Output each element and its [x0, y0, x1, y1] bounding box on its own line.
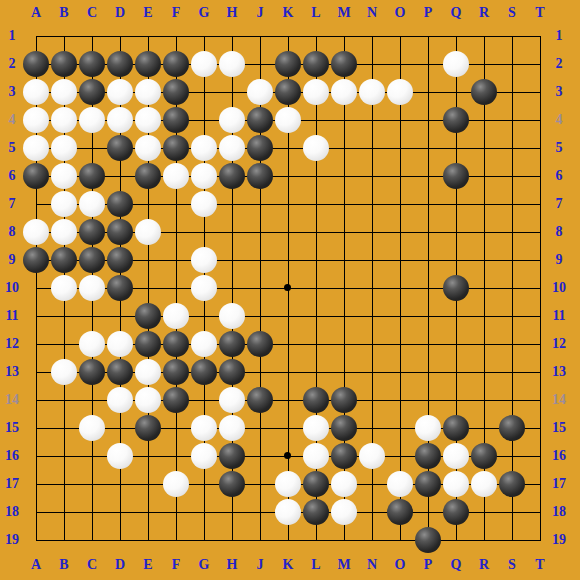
- cell-J17[interactable]: [246, 470, 274, 498]
- cell-B11[interactable]: [50, 302, 78, 330]
- cell-F14[interactable]: [162, 386, 190, 414]
- cell-C17[interactable]: [78, 470, 106, 498]
- cell-H10[interactable]: [218, 274, 246, 302]
- cell-J12[interactable]: [246, 330, 274, 358]
- cell-E15[interactable]: [134, 414, 162, 442]
- cell-T11[interactable]: [526, 302, 554, 330]
- cell-S16[interactable]: [498, 442, 526, 470]
- cell-R19[interactable]: [470, 526, 498, 554]
- cell-S19[interactable]: [498, 526, 526, 554]
- cell-S6[interactable]: [498, 162, 526, 190]
- cell-A10[interactable]: [22, 274, 50, 302]
- cell-D13[interactable]: [106, 358, 134, 386]
- cell-P1[interactable]: [414, 22, 442, 50]
- cell-O15[interactable]: [386, 414, 414, 442]
- cell-J6[interactable]: [246, 162, 274, 190]
- cell-B7[interactable]: [50, 190, 78, 218]
- cell-K7[interactable]: [274, 190, 302, 218]
- cell-Q12[interactable]: [442, 330, 470, 358]
- cell-L12[interactable]: [302, 330, 330, 358]
- cell-G12[interactable]: [190, 330, 218, 358]
- cell-D14[interactable]: [106, 386, 134, 414]
- cell-Q7[interactable]: [442, 190, 470, 218]
- cell-Q8[interactable]: [442, 218, 470, 246]
- cell-L9[interactable]: [302, 246, 330, 274]
- cell-P9[interactable]: [414, 246, 442, 274]
- cell-J2[interactable]: [246, 50, 274, 78]
- cell-C1[interactable]: [78, 22, 106, 50]
- cell-L19[interactable]: [302, 526, 330, 554]
- cell-T16[interactable]: [526, 442, 554, 470]
- cell-E12[interactable]: [134, 330, 162, 358]
- cell-H16[interactable]: [218, 442, 246, 470]
- cell-M7[interactable]: [330, 190, 358, 218]
- cell-T15[interactable]: [526, 414, 554, 442]
- cell-S8[interactable]: [498, 218, 526, 246]
- cell-J3[interactable]: [246, 78, 274, 106]
- cell-N12[interactable]: [358, 330, 386, 358]
- cell-G2[interactable]: [190, 50, 218, 78]
- cell-S12[interactable]: [498, 330, 526, 358]
- cell-R13[interactable]: [470, 358, 498, 386]
- cell-F1[interactable]: [162, 22, 190, 50]
- cell-F13[interactable]: [162, 358, 190, 386]
- cell-S14[interactable]: [498, 386, 526, 414]
- cell-N2[interactable]: [358, 50, 386, 78]
- cell-K12[interactable]: [274, 330, 302, 358]
- cell-F18[interactable]: [162, 498, 190, 526]
- cell-D15[interactable]: [106, 414, 134, 442]
- cell-H5[interactable]: [218, 134, 246, 162]
- cell-E9[interactable]: [134, 246, 162, 274]
- cell-K14[interactable]: [274, 386, 302, 414]
- cell-D18[interactable]: [106, 498, 134, 526]
- cell-E11[interactable]: [134, 302, 162, 330]
- cell-A11[interactable]: [22, 302, 50, 330]
- cell-E7[interactable]: [134, 190, 162, 218]
- cell-R4[interactable]: [470, 106, 498, 134]
- cell-E6[interactable]: [134, 162, 162, 190]
- cell-C7[interactable]: [78, 190, 106, 218]
- cell-P4[interactable]: [414, 106, 442, 134]
- cell-D10[interactable]: [106, 274, 134, 302]
- cell-Q19[interactable]: [442, 526, 470, 554]
- cell-M16[interactable]: [330, 442, 358, 470]
- cell-E19[interactable]: [134, 526, 162, 554]
- cell-C15[interactable]: [78, 414, 106, 442]
- cell-F16[interactable]: [162, 442, 190, 470]
- cell-C2[interactable]: [78, 50, 106, 78]
- cell-Q17[interactable]: [442, 470, 470, 498]
- cell-A14[interactable]: [22, 386, 50, 414]
- cell-C11[interactable]: [78, 302, 106, 330]
- cell-D7[interactable]: [106, 190, 134, 218]
- cell-H14[interactable]: [218, 386, 246, 414]
- cell-C19[interactable]: [78, 526, 106, 554]
- cell-C14[interactable]: [78, 386, 106, 414]
- cell-H13[interactable]: [218, 358, 246, 386]
- cell-M14[interactable]: [330, 386, 358, 414]
- cell-G14[interactable]: [190, 386, 218, 414]
- cell-T8[interactable]: [526, 218, 554, 246]
- cell-Q1[interactable]: [442, 22, 470, 50]
- cell-F12[interactable]: [162, 330, 190, 358]
- cell-L6[interactable]: [302, 162, 330, 190]
- cell-M6[interactable]: [330, 162, 358, 190]
- cell-D12[interactable]: [106, 330, 134, 358]
- cell-C16[interactable]: [78, 442, 106, 470]
- cell-A3[interactable]: [22, 78, 50, 106]
- cell-A2[interactable]: [22, 50, 50, 78]
- cell-Q15[interactable]: [442, 414, 470, 442]
- cell-L10[interactable]: [302, 274, 330, 302]
- cell-A13[interactable]: [22, 358, 50, 386]
- cell-N13[interactable]: [358, 358, 386, 386]
- cell-J11[interactable]: [246, 302, 274, 330]
- cell-P5[interactable]: [414, 134, 442, 162]
- cell-D8[interactable]: [106, 218, 134, 246]
- cell-K17[interactable]: [274, 470, 302, 498]
- cell-H4[interactable]: [218, 106, 246, 134]
- cell-C13[interactable]: [78, 358, 106, 386]
- cell-R18[interactable]: [470, 498, 498, 526]
- cell-T19[interactable]: [526, 526, 554, 554]
- cell-G4[interactable]: [190, 106, 218, 134]
- cell-O6[interactable]: [386, 162, 414, 190]
- cell-B3[interactable]: [50, 78, 78, 106]
- cell-C4[interactable]: [78, 106, 106, 134]
- cell-G3[interactable]: [190, 78, 218, 106]
- cell-O7[interactable]: [386, 190, 414, 218]
- cell-N19[interactable]: [358, 526, 386, 554]
- cell-J13[interactable]: [246, 358, 274, 386]
- cell-B18[interactable]: [50, 498, 78, 526]
- cell-A7[interactable]: [22, 190, 50, 218]
- cell-S5[interactable]: [498, 134, 526, 162]
- cell-K13[interactable]: [274, 358, 302, 386]
- cell-Q10[interactable]: [442, 274, 470, 302]
- cell-H2[interactable]: [218, 50, 246, 78]
- cell-G5[interactable]: [190, 134, 218, 162]
- cell-O17[interactable]: [386, 470, 414, 498]
- cell-S17[interactable]: [498, 470, 526, 498]
- cell-P17[interactable]: [414, 470, 442, 498]
- cell-S4[interactable]: [498, 106, 526, 134]
- cell-K3[interactable]: [274, 78, 302, 106]
- cell-A19[interactable]: [22, 526, 50, 554]
- cell-L3[interactable]: [302, 78, 330, 106]
- cell-F11[interactable]: [162, 302, 190, 330]
- cell-M1[interactable]: [330, 22, 358, 50]
- cell-L5[interactable]: [302, 134, 330, 162]
- cell-S13[interactable]: [498, 358, 526, 386]
- cell-H3[interactable]: [218, 78, 246, 106]
- cell-O5[interactable]: [386, 134, 414, 162]
- cell-B5[interactable]: [50, 134, 78, 162]
- cell-O2[interactable]: [386, 50, 414, 78]
- cell-K1[interactable]: [274, 22, 302, 50]
- cell-T3[interactable]: [526, 78, 554, 106]
- cell-A18[interactable]: [22, 498, 50, 526]
- cell-J5[interactable]: [246, 134, 274, 162]
- cell-K8[interactable]: [274, 218, 302, 246]
- cell-T4[interactable]: [526, 106, 554, 134]
- cell-S2[interactable]: [498, 50, 526, 78]
- cell-F5[interactable]: [162, 134, 190, 162]
- cell-B19[interactable]: [50, 526, 78, 554]
- cell-L18[interactable]: [302, 498, 330, 526]
- cell-B4[interactable]: [50, 106, 78, 134]
- cell-C3[interactable]: [78, 78, 106, 106]
- cell-P3[interactable]: [414, 78, 442, 106]
- cell-F2[interactable]: [162, 50, 190, 78]
- cell-Q13[interactable]: [442, 358, 470, 386]
- cell-P7[interactable]: [414, 190, 442, 218]
- cell-R6[interactable]: [470, 162, 498, 190]
- cell-B13[interactable]: [50, 358, 78, 386]
- cell-P8[interactable]: [414, 218, 442, 246]
- cell-O16[interactable]: [386, 442, 414, 470]
- cell-A4[interactable]: [22, 106, 50, 134]
- cell-R15[interactable]: [470, 414, 498, 442]
- cell-B9[interactable]: [50, 246, 78, 274]
- cell-K9[interactable]: [274, 246, 302, 274]
- cell-T1[interactable]: [526, 22, 554, 50]
- cell-K15[interactable]: [274, 414, 302, 442]
- cell-S9[interactable]: [498, 246, 526, 274]
- cell-J10[interactable]: [246, 274, 274, 302]
- cell-C12[interactable]: [78, 330, 106, 358]
- cell-L7[interactable]: [302, 190, 330, 218]
- cell-A17[interactable]: [22, 470, 50, 498]
- cell-N16[interactable]: [358, 442, 386, 470]
- cell-H8[interactable]: [218, 218, 246, 246]
- cell-N10[interactable]: [358, 274, 386, 302]
- cell-K11[interactable]: [274, 302, 302, 330]
- cell-S3[interactable]: [498, 78, 526, 106]
- cell-C10[interactable]: [78, 274, 106, 302]
- cell-F7[interactable]: [162, 190, 190, 218]
- cell-P16[interactable]: [414, 442, 442, 470]
- cell-P14[interactable]: [414, 386, 442, 414]
- cell-R16[interactable]: [470, 442, 498, 470]
- cell-J14[interactable]: [246, 386, 274, 414]
- cell-O18[interactable]: [386, 498, 414, 526]
- cell-F6[interactable]: [162, 162, 190, 190]
- cell-B16[interactable]: [50, 442, 78, 470]
- cell-M12[interactable]: [330, 330, 358, 358]
- cell-Q16[interactable]: [442, 442, 470, 470]
- cell-M18[interactable]: [330, 498, 358, 526]
- cell-C8[interactable]: [78, 218, 106, 246]
- cell-Q2[interactable]: [442, 50, 470, 78]
- cell-H11[interactable]: [218, 302, 246, 330]
- cell-L8[interactable]: [302, 218, 330, 246]
- cell-O14[interactable]: [386, 386, 414, 414]
- cell-J1[interactable]: [246, 22, 274, 50]
- cell-T2[interactable]: [526, 50, 554, 78]
- cell-Q11[interactable]: [442, 302, 470, 330]
- cell-S11[interactable]: [498, 302, 526, 330]
- cell-J8[interactable]: [246, 218, 274, 246]
- cell-O1[interactable]: [386, 22, 414, 50]
- cell-M13[interactable]: [330, 358, 358, 386]
- cell-A8[interactable]: [22, 218, 50, 246]
- cell-K18[interactable]: [274, 498, 302, 526]
- cell-G18[interactable]: [190, 498, 218, 526]
- cell-M2[interactable]: [330, 50, 358, 78]
- cell-P12[interactable]: [414, 330, 442, 358]
- cell-H18[interactable]: [218, 498, 246, 526]
- cell-B15[interactable]: [50, 414, 78, 442]
- cell-H9[interactable]: [218, 246, 246, 274]
- cell-M8[interactable]: [330, 218, 358, 246]
- cell-D3[interactable]: [106, 78, 134, 106]
- cell-H7[interactable]: [218, 190, 246, 218]
- cell-J16[interactable]: [246, 442, 274, 470]
- cell-N11[interactable]: [358, 302, 386, 330]
- cell-C9[interactable]: [78, 246, 106, 274]
- cell-J19[interactable]: [246, 526, 274, 554]
- cell-M4[interactable]: [330, 106, 358, 134]
- cell-N7[interactable]: [358, 190, 386, 218]
- cell-R5[interactable]: [470, 134, 498, 162]
- cell-R2[interactable]: [470, 50, 498, 78]
- cell-C18[interactable]: [78, 498, 106, 526]
- cell-E18[interactable]: [134, 498, 162, 526]
- cell-P15[interactable]: [414, 414, 442, 442]
- cell-N1[interactable]: [358, 22, 386, 50]
- cell-G16[interactable]: [190, 442, 218, 470]
- cell-T17[interactable]: [526, 470, 554, 498]
- cell-S10[interactable]: [498, 274, 526, 302]
- cell-Q9[interactable]: [442, 246, 470, 274]
- cell-J9[interactable]: [246, 246, 274, 274]
- cell-K16[interactable]: [274, 442, 302, 470]
- cell-A16[interactable]: [22, 442, 50, 470]
- cell-P10[interactable]: [414, 274, 442, 302]
- cell-A15[interactable]: [22, 414, 50, 442]
- cell-O9[interactable]: [386, 246, 414, 274]
- cell-E10[interactable]: [134, 274, 162, 302]
- cell-E2[interactable]: [134, 50, 162, 78]
- cell-J15[interactable]: [246, 414, 274, 442]
- cell-H6[interactable]: [218, 162, 246, 190]
- cell-N6[interactable]: [358, 162, 386, 190]
- cell-N5[interactable]: [358, 134, 386, 162]
- cell-R7[interactable]: [470, 190, 498, 218]
- cell-K19[interactable]: [274, 526, 302, 554]
- cell-M17[interactable]: [330, 470, 358, 498]
- cell-S1[interactable]: [498, 22, 526, 50]
- cell-O19[interactable]: [386, 526, 414, 554]
- cell-S7[interactable]: [498, 190, 526, 218]
- cell-G9[interactable]: [190, 246, 218, 274]
- cell-L16[interactable]: [302, 442, 330, 470]
- cell-D6[interactable]: [106, 162, 134, 190]
- cell-E17[interactable]: [134, 470, 162, 498]
- cell-P2[interactable]: [414, 50, 442, 78]
- cell-O8[interactable]: [386, 218, 414, 246]
- cell-F9[interactable]: [162, 246, 190, 274]
- cell-E5[interactable]: [134, 134, 162, 162]
- cell-J4[interactable]: [246, 106, 274, 134]
- cell-L11[interactable]: [302, 302, 330, 330]
- cell-T9[interactable]: [526, 246, 554, 274]
- cell-E3[interactable]: [134, 78, 162, 106]
- cell-C5[interactable]: [78, 134, 106, 162]
- cell-C6[interactable]: [78, 162, 106, 190]
- cell-N9[interactable]: [358, 246, 386, 274]
- cell-R9[interactable]: [470, 246, 498, 274]
- cell-J7[interactable]: [246, 190, 274, 218]
- cell-B6[interactable]: [50, 162, 78, 190]
- cell-P19[interactable]: [414, 526, 442, 554]
- cell-L13[interactable]: [302, 358, 330, 386]
- cell-E13[interactable]: [134, 358, 162, 386]
- cell-R12[interactable]: [470, 330, 498, 358]
- cell-B8[interactable]: [50, 218, 78, 246]
- cell-A9[interactable]: [22, 246, 50, 274]
- cell-M5[interactable]: [330, 134, 358, 162]
- cell-F3[interactable]: [162, 78, 190, 106]
- cell-D2[interactable]: [106, 50, 134, 78]
- cell-A5[interactable]: [22, 134, 50, 162]
- cell-O4[interactable]: [386, 106, 414, 134]
- cell-N17[interactable]: [358, 470, 386, 498]
- cell-D11[interactable]: [106, 302, 134, 330]
- cell-R10[interactable]: [470, 274, 498, 302]
- cell-N3[interactable]: [358, 78, 386, 106]
- cell-O3[interactable]: [386, 78, 414, 106]
- cell-L2[interactable]: [302, 50, 330, 78]
- cell-D9[interactable]: [106, 246, 134, 274]
- cell-P18[interactable]: [414, 498, 442, 526]
- cell-D5[interactable]: [106, 134, 134, 162]
- cell-Q4[interactable]: [442, 106, 470, 134]
- cell-F17[interactable]: [162, 470, 190, 498]
- cell-D1[interactable]: [106, 22, 134, 50]
- cell-A1[interactable]: [22, 22, 50, 50]
- cell-M10[interactable]: [330, 274, 358, 302]
- cell-L4[interactable]: [302, 106, 330, 134]
- cell-E16[interactable]: [134, 442, 162, 470]
- cell-G11[interactable]: [190, 302, 218, 330]
- cell-K4[interactable]: [274, 106, 302, 134]
- cell-M19[interactable]: [330, 526, 358, 554]
- cell-E4[interactable]: [134, 106, 162, 134]
- cell-K6[interactable]: [274, 162, 302, 190]
- cell-A6[interactable]: [22, 162, 50, 190]
- cell-H15[interactable]: [218, 414, 246, 442]
- cell-D19[interactable]: [106, 526, 134, 554]
- cell-H17[interactable]: [218, 470, 246, 498]
- cell-B2[interactable]: [50, 50, 78, 78]
- cell-M9[interactable]: [330, 246, 358, 274]
- cell-T14[interactable]: [526, 386, 554, 414]
- cell-G19[interactable]: [190, 526, 218, 554]
- cell-R1[interactable]: [470, 22, 498, 50]
- cell-R14[interactable]: [470, 386, 498, 414]
- cell-T10[interactable]: [526, 274, 554, 302]
- cell-Q6[interactable]: [442, 162, 470, 190]
- cell-Q14[interactable]: [442, 386, 470, 414]
- cell-H19[interactable]: [218, 526, 246, 554]
- cell-G8[interactable]: [190, 218, 218, 246]
- cell-D17[interactable]: [106, 470, 134, 498]
- cell-G10[interactable]: [190, 274, 218, 302]
- cell-L1[interactable]: [302, 22, 330, 50]
